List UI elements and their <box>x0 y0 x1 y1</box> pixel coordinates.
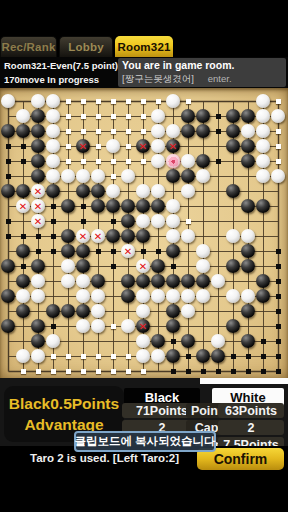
board-point[interactable] <box>46 304 61 319</box>
board-point[interactable] <box>121 274 136 289</box>
board-point[interactable]: ✕ <box>16 199 31 214</box>
board-point[interactable] <box>136 184 151 199</box>
board-point[interactable] <box>136 364 151 379</box>
board-point[interactable] <box>151 184 166 199</box>
board-point[interactable] <box>91 349 106 364</box>
board-point[interactable] <box>166 274 181 289</box>
board-point[interactable] <box>151 169 166 184</box>
board-point[interactable] <box>16 124 31 139</box>
board-point[interactable] <box>61 349 76 364</box>
board-point[interactable] <box>196 109 211 124</box>
board-point[interactable] <box>151 199 166 214</box>
board-point[interactable] <box>151 259 166 274</box>
board-point[interactable] <box>61 274 76 289</box>
board-point[interactable] <box>196 274 211 289</box>
board-point[interactable] <box>31 364 46 379</box>
board-point[interactable] <box>121 169 136 184</box>
board-point[interactable] <box>121 364 136 379</box>
board-point[interactable] <box>256 199 271 214</box>
board-point[interactable] <box>31 139 46 154</box>
board-point[interactable] <box>121 349 136 364</box>
board-point[interactable] <box>76 214 91 229</box>
board-point[interactable] <box>106 199 121 214</box>
board-point[interactable] <box>136 229 151 244</box>
board-point[interactable] <box>106 184 121 199</box>
board-point[interactable] <box>136 289 151 304</box>
board-point[interactable] <box>91 364 106 379</box>
board-point[interactable] <box>151 229 166 244</box>
board-point[interactable] <box>76 199 91 214</box>
board-point[interactable] <box>106 244 121 259</box>
board-point[interactable] <box>226 229 241 244</box>
board-point[interactable] <box>256 349 271 364</box>
board-point[interactable] <box>91 304 106 319</box>
board-point[interactable] <box>61 364 76 379</box>
board-point[interactable] <box>166 109 181 124</box>
board-point[interactable] <box>196 349 211 364</box>
board-point[interactable] <box>46 139 61 154</box>
board-point[interactable] <box>241 214 256 229</box>
board-point[interactable] <box>1 289 16 304</box>
board-point[interactable] <box>271 169 286 184</box>
board-point[interactable] <box>31 109 46 124</box>
board-point[interactable] <box>271 244 286 259</box>
board-point[interactable] <box>181 109 196 124</box>
board-point[interactable] <box>196 154 211 169</box>
board-point[interactable] <box>181 214 196 229</box>
board-point[interactable] <box>1 109 16 124</box>
board-point[interactable]: ✕ <box>91 229 106 244</box>
board-point[interactable] <box>16 259 31 274</box>
board-point[interactable] <box>226 214 241 229</box>
board-point[interactable] <box>211 169 226 184</box>
board-point[interactable]: ✕ <box>31 199 46 214</box>
board-point[interactable] <box>241 349 256 364</box>
board-point[interactable] <box>196 304 211 319</box>
board-point[interactable] <box>121 214 136 229</box>
board-point[interactable] <box>91 94 106 109</box>
board-point[interactable] <box>16 154 31 169</box>
board-point[interactable] <box>211 214 226 229</box>
board-point[interactable] <box>61 199 76 214</box>
board-point[interactable] <box>1 199 16 214</box>
board-point[interactable] <box>106 289 121 304</box>
board-point[interactable] <box>121 124 136 139</box>
board-point[interactable] <box>61 94 76 109</box>
board-point[interactable] <box>121 154 136 169</box>
board-point[interactable] <box>241 184 256 199</box>
board-point[interactable] <box>241 124 256 139</box>
board-point[interactable] <box>166 304 181 319</box>
board-point[interactable] <box>151 304 166 319</box>
board-point[interactable] <box>46 109 61 124</box>
board-point[interactable] <box>211 124 226 139</box>
board-point[interactable] <box>226 169 241 184</box>
board-point[interactable] <box>106 154 121 169</box>
board-point[interactable] <box>1 169 16 184</box>
board-point[interactable] <box>1 259 16 274</box>
board-point[interactable] <box>121 229 136 244</box>
board-point[interactable] <box>211 139 226 154</box>
go-board[interactable]: ✕✕✕✕✕✕✕✕✕✕✕✕ <box>0 88 288 378</box>
board-point[interactable] <box>1 214 16 229</box>
board-point[interactable] <box>106 319 121 334</box>
board-point[interactable] <box>76 184 91 199</box>
board-point[interactable] <box>241 169 256 184</box>
board-point[interactable] <box>211 199 226 214</box>
board-point[interactable] <box>271 109 286 124</box>
board-point[interactable] <box>31 304 46 319</box>
tab-rec-rank[interactable]: Rec/Rank <box>0 36 57 57</box>
board-point[interactable] <box>61 124 76 139</box>
board-point[interactable] <box>31 289 46 304</box>
board-point[interactable] <box>226 154 241 169</box>
board-point[interactable] <box>271 304 286 319</box>
board-point[interactable] <box>91 154 106 169</box>
board-point[interactable] <box>121 304 136 319</box>
board-point[interactable] <box>226 334 241 349</box>
board-point[interactable] <box>46 334 61 349</box>
board-point[interactable] <box>226 364 241 379</box>
board-point[interactable] <box>31 349 46 364</box>
board-point[interactable] <box>16 139 31 154</box>
board-point[interactable] <box>271 154 286 169</box>
board-point[interactable] <box>241 304 256 319</box>
tab-room321[interactable]: Room321 <box>115 36 173 57</box>
board-point[interactable] <box>91 139 106 154</box>
board-point[interactable] <box>46 364 61 379</box>
board-point[interactable] <box>166 199 181 214</box>
board-point[interactable] <box>121 139 136 154</box>
board-point[interactable] <box>226 199 241 214</box>
board-point[interactable] <box>1 154 16 169</box>
board-point[interactable] <box>181 94 196 109</box>
board-point[interactable] <box>181 304 196 319</box>
board-point[interactable] <box>226 304 241 319</box>
board-point[interactable] <box>106 214 121 229</box>
board-point[interactable] <box>16 244 31 259</box>
board-point[interactable] <box>196 229 211 244</box>
board-point[interactable] <box>181 259 196 274</box>
board-point[interactable] <box>181 349 196 364</box>
board-point[interactable] <box>226 274 241 289</box>
board-point[interactable] <box>46 214 61 229</box>
board-point[interactable] <box>91 169 106 184</box>
board-point[interactable] <box>181 319 196 334</box>
board-point[interactable] <box>151 214 166 229</box>
board-point[interactable] <box>76 244 91 259</box>
board-point[interactable] <box>16 334 31 349</box>
board-point[interactable] <box>181 364 196 379</box>
board-point[interactable] <box>226 124 241 139</box>
board-point[interactable] <box>16 289 31 304</box>
board-point[interactable] <box>61 184 76 199</box>
board-point[interactable] <box>241 364 256 379</box>
board-point[interactable] <box>196 169 211 184</box>
board-point[interactable] <box>46 289 61 304</box>
board-point[interactable] <box>226 349 241 364</box>
board-point[interactable] <box>181 124 196 139</box>
board-point[interactable] <box>106 229 121 244</box>
board-point[interactable]: ✕ <box>31 184 46 199</box>
tab-lobby[interactable]: Lobby <box>59 36 113 57</box>
board-point[interactable] <box>166 229 181 244</box>
board-point[interactable] <box>61 214 76 229</box>
board-point[interactable] <box>91 199 106 214</box>
board-point[interactable] <box>226 94 241 109</box>
board-point[interactable] <box>106 124 121 139</box>
board-point[interactable] <box>151 349 166 364</box>
board-point[interactable] <box>91 319 106 334</box>
board-point[interactable] <box>106 349 121 364</box>
board-point[interactable] <box>181 139 196 154</box>
board-point[interactable] <box>196 94 211 109</box>
board-point[interactable] <box>166 334 181 349</box>
board-point[interactable] <box>76 289 91 304</box>
board-point[interactable] <box>226 319 241 334</box>
board-point[interactable] <box>1 334 16 349</box>
board-point[interactable] <box>136 109 151 124</box>
board-point[interactable] <box>121 184 136 199</box>
board-point[interactable] <box>136 274 151 289</box>
board-point[interactable] <box>211 229 226 244</box>
board-point[interactable] <box>106 334 121 349</box>
board-point[interactable] <box>91 289 106 304</box>
board-point[interactable]: ✕ <box>76 229 91 244</box>
board-point[interactable] <box>256 184 271 199</box>
board-point[interactable] <box>256 244 271 259</box>
board-point[interactable] <box>151 274 166 289</box>
board-point[interactable] <box>271 184 286 199</box>
board-point[interactable] <box>31 124 46 139</box>
board-point[interactable] <box>31 334 46 349</box>
board-point[interactable] <box>271 139 286 154</box>
board-point[interactable] <box>241 274 256 289</box>
board-point[interactable] <box>1 274 16 289</box>
board-point[interactable] <box>226 184 241 199</box>
board-point[interactable] <box>196 289 211 304</box>
board-point[interactable] <box>76 304 91 319</box>
board-point[interactable] <box>256 154 271 169</box>
board-point[interactable] <box>16 364 31 379</box>
board-point[interactable] <box>241 139 256 154</box>
board-point[interactable] <box>166 214 181 229</box>
board-point[interactable] <box>61 289 76 304</box>
board-point[interactable] <box>76 274 91 289</box>
board-point[interactable] <box>166 124 181 139</box>
board-point[interactable] <box>46 199 61 214</box>
board-point[interactable] <box>196 244 211 259</box>
board-point[interactable] <box>256 139 271 154</box>
board-point[interactable] <box>136 244 151 259</box>
board-point[interactable] <box>31 274 46 289</box>
board-point[interactable] <box>151 289 166 304</box>
board-point[interactable] <box>16 319 31 334</box>
board-point[interactable] <box>1 94 16 109</box>
board-point[interactable] <box>31 244 46 259</box>
board-point[interactable] <box>181 199 196 214</box>
board-point[interactable] <box>1 184 16 199</box>
board-point[interactable] <box>46 349 61 364</box>
board-point[interactable] <box>91 124 106 139</box>
board-point[interactable] <box>256 259 271 274</box>
board-point[interactable] <box>121 289 136 304</box>
board-point[interactable] <box>196 184 211 199</box>
board-point[interactable] <box>46 244 61 259</box>
board-point[interactable] <box>256 334 271 349</box>
board-point[interactable] <box>166 244 181 259</box>
board-point[interactable] <box>1 244 16 259</box>
board-point[interactable] <box>271 274 286 289</box>
board-point[interactable] <box>181 169 196 184</box>
board-point[interactable] <box>211 334 226 349</box>
board-point[interactable] <box>256 364 271 379</box>
board-point[interactable] <box>61 244 76 259</box>
board-point[interactable] <box>136 199 151 214</box>
board-point[interactable] <box>46 124 61 139</box>
board-point[interactable] <box>16 109 31 124</box>
board-point[interactable] <box>256 319 271 334</box>
board-point[interactable] <box>121 94 136 109</box>
board-point[interactable] <box>106 364 121 379</box>
board-point[interactable] <box>241 229 256 244</box>
board-point[interactable]: ✕ <box>136 319 151 334</box>
board-point[interactable] <box>76 349 91 364</box>
board-point[interactable] <box>106 139 121 154</box>
board-point[interactable] <box>46 319 61 334</box>
board-point[interactable] <box>16 274 31 289</box>
board-point[interactable] <box>31 154 46 169</box>
board-point[interactable] <box>106 109 121 124</box>
board-point[interactable] <box>181 184 196 199</box>
board-point[interactable] <box>241 259 256 274</box>
board-point[interactable] <box>136 169 151 184</box>
board-point[interactable] <box>181 154 196 169</box>
board-point[interactable] <box>106 274 121 289</box>
board-point[interactable] <box>151 319 166 334</box>
board-point[interactable] <box>61 154 76 169</box>
board-point[interactable]: ✕ <box>121 244 136 259</box>
board-point[interactable] <box>241 154 256 169</box>
board-point[interactable] <box>91 109 106 124</box>
board-point[interactable] <box>211 304 226 319</box>
board-point[interactable] <box>61 169 76 184</box>
board-point[interactable] <box>256 229 271 244</box>
board-point[interactable] <box>181 334 196 349</box>
board-point[interactable] <box>196 319 211 334</box>
board-point[interactable] <box>106 259 121 274</box>
board-point[interactable] <box>241 109 256 124</box>
board-point[interactable] <box>271 364 286 379</box>
board-point[interactable] <box>271 259 286 274</box>
board-point[interactable]: ✕ <box>166 139 181 154</box>
board-point[interactable] <box>121 334 136 349</box>
board-point[interactable] <box>46 274 61 289</box>
board-point[interactable] <box>151 94 166 109</box>
board-point[interactable] <box>121 109 136 124</box>
board-point[interactable] <box>226 289 241 304</box>
board-point[interactable] <box>211 94 226 109</box>
board-point[interactable] <box>76 154 91 169</box>
board-point[interactable] <box>241 94 256 109</box>
board-point[interactable] <box>151 124 166 139</box>
board-point[interactable] <box>196 214 211 229</box>
board-point[interactable] <box>31 169 46 184</box>
board-point[interactable] <box>31 319 46 334</box>
board-point[interactable] <box>136 214 151 229</box>
board-point[interactable] <box>1 229 16 244</box>
board-point[interactable] <box>16 304 31 319</box>
board-point[interactable] <box>151 244 166 259</box>
board-point[interactable] <box>226 139 241 154</box>
board-point[interactable] <box>211 349 226 364</box>
board-point[interactable] <box>46 94 61 109</box>
board-point[interactable] <box>196 124 211 139</box>
board-point[interactable]: ✕ <box>136 139 151 154</box>
board-point[interactable] <box>151 364 166 379</box>
board-point[interactable] <box>226 244 241 259</box>
board-point[interactable] <box>46 259 61 274</box>
board-point[interactable] <box>76 94 91 109</box>
board-point[interactable] <box>211 154 226 169</box>
board-point[interactable] <box>271 349 286 364</box>
board-point[interactable] <box>166 94 181 109</box>
board-point[interactable] <box>196 334 211 349</box>
board-point[interactable] <box>1 139 16 154</box>
board-point[interactable] <box>76 259 91 274</box>
board-point[interactable] <box>256 289 271 304</box>
board-point[interactable] <box>91 184 106 199</box>
board-point[interactable] <box>16 349 31 364</box>
board-point[interactable] <box>61 334 76 349</box>
board-point[interactable] <box>136 304 151 319</box>
board-point[interactable] <box>271 94 286 109</box>
board-point[interactable] <box>151 154 166 169</box>
board-point[interactable] <box>196 139 211 154</box>
board-point[interactable] <box>211 364 226 379</box>
board-point[interactable] <box>61 259 76 274</box>
board-point[interactable] <box>76 334 91 349</box>
board-point[interactable] <box>1 124 16 139</box>
board-point[interactable] <box>61 109 76 124</box>
board-point[interactable] <box>166 154 181 169</box>
board-point[interactable] <box>271 214 286 229</box>
board-point[interactable] <box>91 214 106 229</box>
board-point[interactable] <box>136 154 151 169</box>
board-point[interactable] <box>256 274 271 289</box>
board-point[interactable] <box>16 214 31 229</box>
board-point[interactable]: ✕ <box>31 214 46 229</box>
board-point[interactable] <box>271 289 286 304</box>
board-point[interactable] <box>211 289 226 304</box>
board-point[interactable] <box>121 319 136 334</box>
board-point[interactable] <box>256 169 271 184</box>
board-point[interactable] <box>271 199 286 214</box>
board-point[interactable] <box>136 334 151 349</box>
board-point[interactable] <box>226 259 241 274</box>
board-point[interactable] <box>106 169 121 184</box>
board-point[interactable] <box>196 199 211 214</box>
board-point[interactable] <box>271 334 286 349</box>
board-point[interactable] <box>241 319 256 334</box>
board-point[interactable] <box>91 334 106 349</box>
board-point[interactable] <box>166 319 181 334</box>
board-point[interactable] <box>31 94 46 109</box>
board-point[interactable] <box>91 274 106 289</box>
board-point[interactable] <box>166 259 181 274</box>
board-point[interactable] <box>256 124 271 139</box>
board-point[interactable] <box>181 274 196 289</box>
